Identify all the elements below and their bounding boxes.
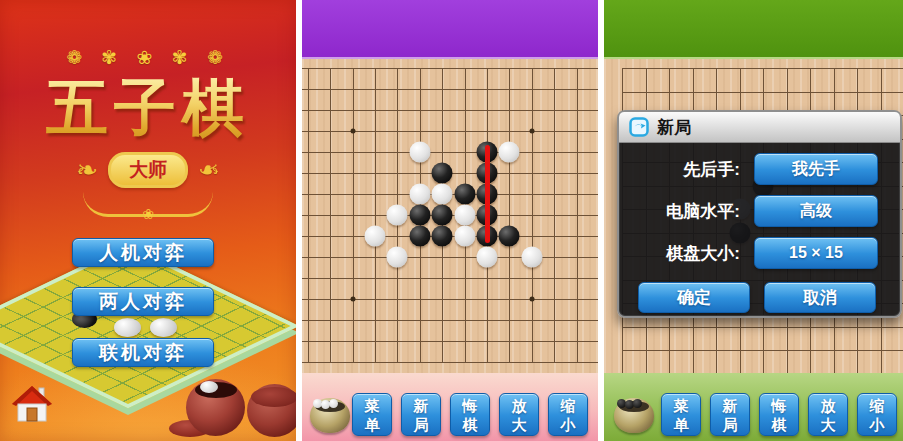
top-bar-purple bbox=[302, 0, 598, 59]
stone-bowl-open bbox=[186, 379, 245, 436]
winning-line bbox=[485, 145, 490, 243]
black-stone bbox=[409, 226, 430, 247]
grid-line bbox=[577, 68, 578, 362]
decorative-white-stone bbox=[150, 318, 177, 337]
dialog-title-bar: 新局 bbox=[619, 112, 900, 143]
zoom-in-button[interactable]: 放 大 bbox=[499, 393, 539, 436]
under-dot-ornament: ❀ bbox=[142, 206, 154, 222]
new-game-dialog-screen: 新局 先后手: 我先手 电脑水平: 高级 棋盘大小: 15 × 15 确定 取消 bbox=[604, 0, 903, 441]
menu-button-two-players[interactable]: 两人对弈 bbox=[72, 287, 214, 316]
white-stone bbox=[432, 184, 453, 205]
master-badge: 大师 bbox=[108, 152, 188, 188]
dialog-row: 电脑水平: 高级 bbox=[619, 195, 900, 227]
grid-line bbox=[532, 68, 533, 362]
bottom-toolbar: 菜 单 新 局 悔 棋 放 大 缩 小 bbox=[604, 373, 903, 441]
zoom-out-button[interactable]: 缩 小 bbox=[857, 393, 897, 436]
grid-line bbox=[509, 68, 510, 362]
black-stones-bowl-icon bbox=[614, 398, 654, 433]
black-stone bbox=[432, 163, 453, 184]
new-game-icon bbox=[629, 117, 649, 137]
board-size-select[interactable]: 15 × 15 bbox=[754, 237, 878, 269]
dialog-row: 先后手: 我先手 bbox=[619, 153, 900, 185]
dialog-actions: 确定 取消 bbox=[638, 282, 876, 313]
new-game-button[interactable]: 新 局 bbox=[401, 393, 441, 436]
home-icon[interactable] bbox=[11, 382, 53, 424]
star-point bbox=[350, 129, 355, 134]
menu-button-online-play[interactable]: 联机对弈 bbox=[72, 338, 214, 367]
badge-row: ❧ 大师 ❧ bbox=[0, 152, 296, 188]
bottom-toolbar: 菜 单 新 局 悔 棋 放 大 缩 小 bbox=[302, 373, 598, 441]
cancel-button[interactable]: 取消 bbox=[764, 282, 876, 313]
top-bar-green bbox=[604, 0, 903, 59]
zoom-in-button[interactable]: 放 大 bbox=[808, 393, 848, 436]
undo-button[interactable]: 悔 棋 bbox=[759, 393, 799, 436]
white-stone bbox=[387, 205, 408, 226]
grid-line bbox=[622, 350, 903, 351]
grid-line bbox=[554, 68, 555, 362]
computer-level-label: 电脑水平: bbox=[619, 200, 740, 223]
white-stone bbox=[365, 226, 386, 247]
app-screens: ❁ ✾ ❀ ✾ ❁ 五子棋 ❧ 大师 ❧ ❀ 人机对弈 两人对弈 联机对弈 bbox=[0, 0, 903, 441]
grid-line bbox=[302, 341, 598, 342]
app-title: 五子棋 bbox=[0, 66, 296, 150]
white-stone bbox=[409, 142, 430, 163]
confirm-button[interactable]: 确定 bbox=[638, 282, 750, 313]
white-stones-bowl-icon bbox=[310, 398, 350, 433]
white-stone bbox=[499, 142, 520, 163]
black-stone bbox=[432, 205, 453, 226]
flourish-left-icon: ❧ bbox=[76, 155, 98, 186]
white-stone bbox=[454, 226, 475, 247]
stone-bowl-closed bbox=[247, 384, 296, 437]
decorative-white-stone bbox=[114, 318, 141, 337]
white-stone bbox=[521, 247, 542, 268]
grid-line bbox=[302, 362, 598, 363]
white-stone bbox=[454, 205, 475, 226]
white-stone bbox=[409, 184, 430, 205]
toolbar-buttons: 菜 单 新 局 悔 棋 放 大 缩 小 bbox=[352, 393, 588, 436]
game-screen: 菜 单 新 局 悔 棋 放 大 缩 小 bbox=[302, 0, 598, 441]
white-stone bbox=[477, 247, 498, 268]
star-point bbox=[350, 297, 355, 302]
zoom-out-button[interactable]: 缩 小 bbox=[548, 393, 588, 436]
menu-button[interactable]: 菜 单 bbox=[661, 393, 701, 436]
new-game-button[interactable]: 新 局 bbox=[710, 393, 750, 436]
dialog-title: 新局 bbox=[657, 116, 691, 139]
white-stone bbox=[387, 247, 408, 268]
first-move-label: 先后手: bbox=[619, 158, 740, 181]
main-menu-screen: ❁ ✾ ❀ ✾ ❁ 五子棋 ❧ 大师 ❧ ❀ 人机对弈 两人对弈 联机对弈 bbox=[0, 0, 296, 441]
undo-button[interactable]: 悔 棋 bbox=[450, 393, 490, 436]
star-point bbox=[529, 297, 534, 302]
black-stone bbox=[499, 226, 520, 247]
star-point bbox=[529, 129, 534, 134]
menu-button-human-vs-computer[interactable]: 人机对弈 bbox=[72, 238, 214, 267]
computer-level-select[interactable]: 高级 bbox=[754, 195, 878, 227]
flourish-right-icon: ❧ bbox=[198, 155, 220, 186]
first-move-select[interactable]: 我先手 bbox=[754, 153, 878, 185]
dialog-row: 棋盘大小: 15 × 15 bbox=[619, 237, 900, 269]
black-stone bbox=[454, 184, 475, 205]
new-game-dialog: 新局 先后手: 我先手 电脑水平: 高级 棋盘大小: 15 × 15 确定 取消 bbox=[617, 110, 902, 318]
grid-line bbox=[622, 327, 903, 328]
bowl-lid-top bbox=[251, 387, 296, 407]
gomoku-board[interactable] bbox=[302, 57, 598, 373]
grid-line bbox=[302, 320, 598, 321]
toolbar-buttons: 菜 单 新 局 悔 棋 放 大 缩 小 bbox=[661, 393, 897, 436]
board-size-label: 棋盘大小: bbox=[619, 242, 740, 265]
black-stone bbox=[409, 205, 430, 226]
white-stone-in-bowl bbox=[200, 381, 218, 393]
menu-button[interactable]: 菜 单 bbox=[352, 393, 392, 436]
black-stone bbox=[432, 226, 453, 247]
